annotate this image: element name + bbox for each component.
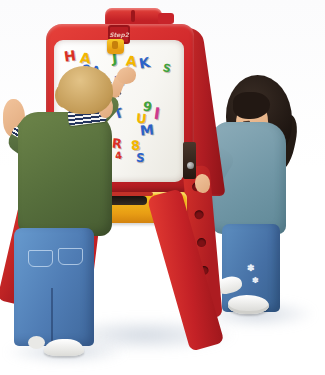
child-boy: [0, 0, 325, 375]
boy-shirt: [18, 112, 112, 236]
jean-pocket: [28, 250, 53, 267]
boy-right-hand: [117, 67, 136, 84]
boy-jeans: [14, 228, 94, 346]
boy-left-shoe: [28, 336, 45, 349]
jean-pocket: [58, 248, 83, 265]
boy-right-shoe: [44, 339, 84, 356]
product-photo-scene: ✽✽ HAPAJAKSROLBSOT9UIMJKR84S Step2: [0, 0, 325, 375]
jean-seam: [51, 288, 53, 344]
boy-hair: [58, 66, 113, 114]
